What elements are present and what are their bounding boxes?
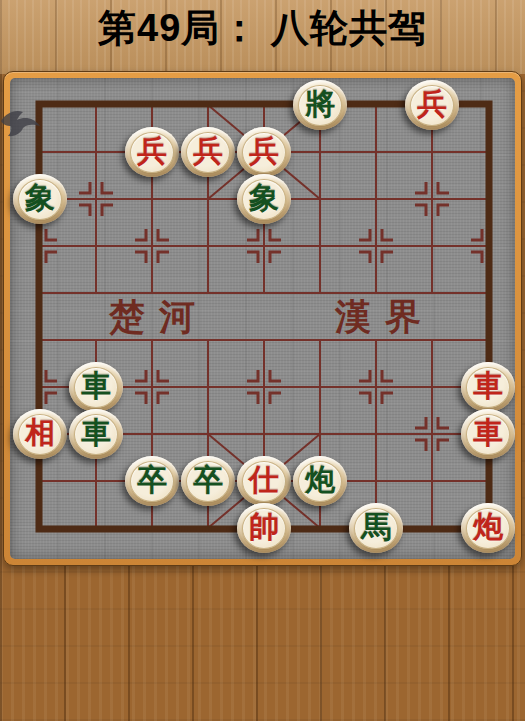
- piece-red-r9c4[interactable]: 帥: [237, 503, 291, 553]
- piece-green-r9c6[interactable]: 馬: [349, 503, 403, 553]
- piece-face: 車: [74, 367, 118, 408]
- piece-face: 兵: [410, 85, 454, 126]
- piece-green-r6c1[interactable]: 車: [69, 362, 123, 412]
- piece-face: 帥: [242, 508, 286, 549]
- piece-face: 炮: [298, 461, 342, 502]
- piece-glyph: 炮: [473, 512, 503, 542]
- piece-face: 相: [18, 414, 62, 455]
- piece-glyph: 車: [473, 371, 503, 401]
- piece-face: 馬: [354, 508, 398, 549]
- piece-face: 兵: [242, 132, 286, 173]
- piece-face: 車: [74, 414, 118, 455]
- piece-face: 兵: [186, 132, 230, 173]
- piece-face: 卒: [130, 461, 174, 502]
- piece-red-r0c7[interactable]: 兵: [405, 80, 459, 130]
- piece-green-r0c5[interactable]: 將: [293, 80, 347, 130]
- piece-glyph: 車: [473, 418, 503, 448]
- river-label-left: 楚河: [95, 293, 209, 342]
- piece-glyph: 帥: [249, 512, 279, 542]
- piece-face: 炮: [466, 508, 510, 549]
- piece-red-r6c8[interactable]: 車: [461, 362, 515, 412]
- piece-glyph: 卒: [193, 465, 223, 495]
- piece-red-r7c0[interactable]: 相: [13, 409, 67, 459]
- piece-green-r2c4[interactable]: 象: [237, 174, 291, 224]
- piece-glyph: 兵: [249, 136, 279, 166]
- piece-green-r8c5[interactable]: 炮: [293, 456, 347, 506]
- piece-glyph: 兵: [137, 136, 167, 166]
- piece-glyph: 車: [81, 418, 111, 448]
- piece-red-r1c3[interactable]: 兵: [181, 127, 235, 177]
- app-screen: 第49局： 八轮共驾 楚河 漢界 將兵兵兵兵象象車車相車車卒卒仕炮帥馬炮: [0, 0, 525, 721]
- piece-glyph: 車: [81, 371, 111, 401]
- swallow-icon: [0, 106, 42, 140]
- piece-red-r8c4[interactable]: 仕: [237, 456, 291, 506]
- piece-green-r2c0[interactable]: 象: [13, 174, 67, 224]
- piece-glyph: 象: [25, 183, 55, 213]
- piece-glyph: 炮: [305, 465, 335, 495]
- piece-red-r9c8[interactable]: 炮: [461, 503, 515, 553]
- piece-green-r8c2[interactable]: 卒: [125, 456, 179, 506]
- piece-face: 象: [242, 179, 286, 220]
- piece-face: 仕: [242, 461, 286, 502]
- piece-red-r7c8[interactable]: 車: [461, 409, 515, 459]
- piece-green-r8c3[interactable]: 卒: [181, 456, 235, 506]
- piece-glyph: 兵: [193, 136, 223, 166]
- piece-red-r1c4[interactable]: 兵: [237, 127, 291, 177]
- piece-face: 將: [298, 85, 342, 126]
- piece-glyph: 兵: [417, 89, 447, 119]
- piece-glyph: 卒: [137, 465, 167, 495]
- piece-glyph: 馬: [361, 512, 391, 542]
- river-label-right: 漢界: [321, 293, 435, 342]
- piece-red-r1c2[interactable]: 兵: [125, 127, 179, 177]
- piece-glyph: 仕: [249, 465, 279, 495]
- piece-glyph: 象: [249, 183, 279, 213]
- piece-green-r7c1[interactable]: 車: [69, 409, 123, 459]
- piece-face: 車: [466, 367, 510, 408]
- piece-glyph: 將: [305, 89, 335, 119]
- piece-face: 車: [466, 414, 510, 455]
- piece-face: 兵: [130, 132, 174, 173]
- piece-face: 卒: [186, 461, 230, 502]
- piece-glyph: 相: [25, 418, 55, 448]
- puzzle-title: 第49局： 八轮共驾: [0, 3, 525, 54]
- piece-face: 象: [18, 179, 62, 220]
